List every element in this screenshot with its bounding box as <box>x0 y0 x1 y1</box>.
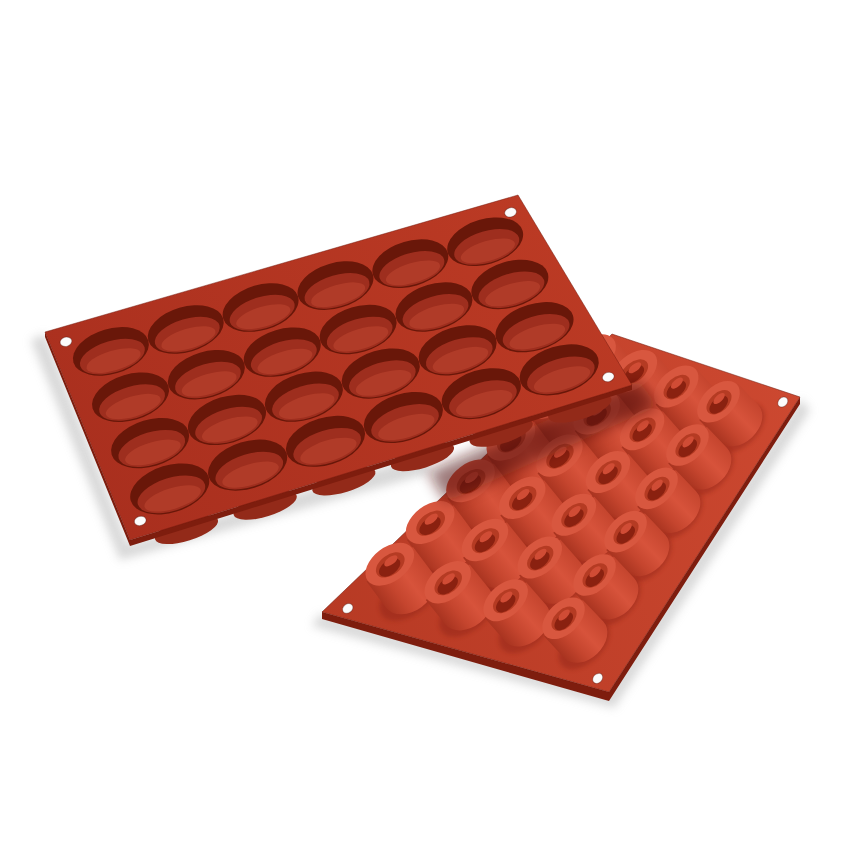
product-photo-canvas <box>0 0 850 850</box>
scene-svg <box>0 0 850 850</box>
